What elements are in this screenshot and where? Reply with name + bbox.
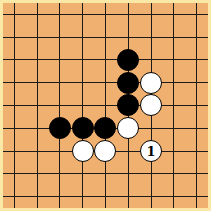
intersection-c2r3[interactable] bbox=[49, 71, 72, 94]
intersection-c5r0[interactable] bbox=[117, 3, 140, 26]
intersection-c1r0[interactable] bbox=[26, 3, 49, 26]
black-stone bbox=[94, 117, 116, 139]
intersection-c1r8[interactable] bbox=[26, 185, 49, 208]
black-stone bbox=[117, 72, 139, 94]
intersection-c7r3[interactable] bbox=[162, 71, 185, 94]
intersection-c7r0[interactable] bbox=[162, 3, 185, 26]
intersection-c3r5[interactable] bbox=[71, 117, 94, 140]
intersection-c5r8[interactable] bbox=[117, 185, 140, 208]
intersection-c7r6[interactable] bbox=[162, 140, 185, 163]
intersection-c1r6[interactable] bbox=[26, 140, 49, 163]
intersection-c8r0[interactable] bbox=[185, 3, 208, 26]
intersection-c4r5[interactable] bbox=[94, 117, 117, 140]
intersection-c2r0[interactable] bbox=[49, 3, 72, 26]
intersection-c0r2[interactable] bbox=[3, 49, 26, 72]
intersection-c8r1[interactable] bbox=[185, 26, 208, 49]
intersection-c4r2[interactable] bbox=[94, 49, 117, 72]
intersection-c7r7[interactable] bbox=[162, 162, 185, 185]
intersection-c4r1[interactable] bbox=[94, 26, 117, 49]
intersection-c5r5[interactable] bbox=[117, 117, 140, 140]
white-stone bbox=[140, 72, 162, 94]
intersection-c3r3[interactable] bbox=[71, 71, 94, 94]
intersection-c3r1[interactable] bbox=[71, 26, 94, 49]
intersection-c0r7[interactable] bbox=[3, 162, 26, 185]
intersection-c6r7[interactable] bbox=[140, 162, 163, 185]
intersection-c3r6[interactable] bbox=[71, 140, 94, 163]
intersection-c0r3[interactable] bbox=[3, 71, 26, 94]
intersection-c5r6[interactable] bbox=[117, 140, 140, 163]
white-stone bbox=[72, 140, 94, 162]
intersection-c8r7[interactable] bbox=[185, 162, 208, 185]
go-diagram: 1 bbox=[0, 0, 211, 211]
intersection-c6r1[interactable] bbox=[140, 26, 163, 49]
intersection-c0r6[interactable] bbox=[3, 140, 26, 163]
intersection-c5r2[interactable] bbox=[117, 49, 140, 72]
intersection-c2r2[interactable] bbox=[49, 49, 72, 72]
intersection-c8r2[interactable] bbox=[185, 49, 208, 72]
black-stone bbox=[72, 117, 94, 139]
intersection-c8r4[interactable] bbox=[185, 94, 208, 117]
intersection-c4r0[interactable] bbox=[94, 3, 117, 26]
intersection-c3r7[interactable] bbox=[71, 162, 94, 185]
intersection-c0r1[interactable] bbox=[3, 26, 26, 49]
intersection-c1r5[interactable] bbox=[26, 117, 49, 140]
intersection-c2r5[interactable] bbox=[49, 117, 72, 140]
intersection-c6r3[interactable] bbox=[140, 71, 163, 94]
intersection-c3r2[interactable] bbox=[71, 49, 94, 72]
intersection-c5r1[interactable] bbox=[117, 26, 140, 49]
intersection-c1r2[interactable] bbox=[26, 49, 49, 72]
intersection-c3r8[interactable] bbox=[71, 185, 94, 208]
intersection-c2r7[interactable] bbox=[49, 162, 72, 185]
intersection-c2r8[interactable] bbox=[49, 185, 72, 208]
intersection-c2r1[interactable] bbox=[49, 26, 72, 49]
black-stone bbox=[117, 94, 139, 116]
intersection-c8r5[interactable] bbox=[185, 117, 208, 140]
intersection-c2r4[interactable] bbox=[49, 94, 72, 117]
intersection-c5r4[interactable] bbox=[117, 94, 140, 117]
white-stone bbox=[94, 140, 116, 162]
intersection-c0r0[interactable] bbox=[3, 3, 26, 26]
intersection-c0r5[interactable] bbox=[3, 117, 26, 140]
intersection-c3r0[interactable] bbox=[71, 3, 94, 26]
intersection-c6r2[interactable] bbox=[140, 49, 163, 72]
intersection-c4r4[interactable] bbox=[94, 94, 117, 117]
black-stone bbox=[117, 49, 139, 71]
intersection-c7r2[interactable] bbox=[162, 49, 185, 72]
intersection-c6r0[interactable] bbox=[140, 3, 163, 26]
intersection-c6r5[interactable] bbox=[140, 117, 163, 140]
intersection-c6r4[interactable] bbox=[140, 94, 163, 117]
intersection-c7r4[interactable] bbox=[162, 94, 185, 117]
intersection-c8r3[interactable] bbox=[185, 71, 208, 94]
intersection-c1r4[interactable] bbox=[26, 94, 49, 117]
intersection-c4r7[interactable] bbox=[94, 162, 117, 185]
intersection-c7r1[interactable] bbox=[162, 26, 185, 49]
white-stone bbox=[140, 94, 162, 116]
intersection-c4r6[interactable] bbox=[94, 140, 117, 163]
intersection-c7r5[interactable] bbox=[162, 117, 185, 140]
intersection-c8r8[interactable] bbox=[185, 185, 208, 208]
intersection-c2r6[interactable] bbox=[49, 140, 72, 163]
intersection-c0r4[interactable] bbox=[3, 94, 26, 117]
move-number-label: 1 bbox=[147, 145, 156, 158]
black-stone bbox=[49, 117, 71, 139]
intersection-c6r6[interactable]: 1 bbox=[140, 140, 163, 163]
intersection-c6r8[interactable] bbox=[140, 185, 163, 208]
intersection-c0r8[interactable] bbox=[3, 185, 26, 208]
intersection-c7r8[interactable] bbox=[162, 185, 185, 208]
intersection-c8r6[interactable] bbox=[185, 140, 208, 163]
go-board: 1 bbox=[3, 3, 208, 208]
intersection-c4r8[interactable] bbox=[94, 185, 117, 208]
white-stone bbox=[117, 117, 139, 139]
intersection-c1r7[interactable] bbox=[26, 162, 49, 185]
intersection-c1r1[interactable] bbox=[26, 26, 49, 49]
intersection-c1r3[interactable] bbox=[26, 71, 49, 94]
intersection-c4r3[interactable] bbox=[94, 71, 117, 94]
white-stone-move-1: 1 bbox=[140, 140, 162, 162]
intersection-c5r7[interactable] bbox=[117, 162, 140, 185]
intersection-c5r3[interactable] bbox=[117, 71, 140, 94]
intersection-c3r4[interactable] bbox=[71, 94, 94, 117]
